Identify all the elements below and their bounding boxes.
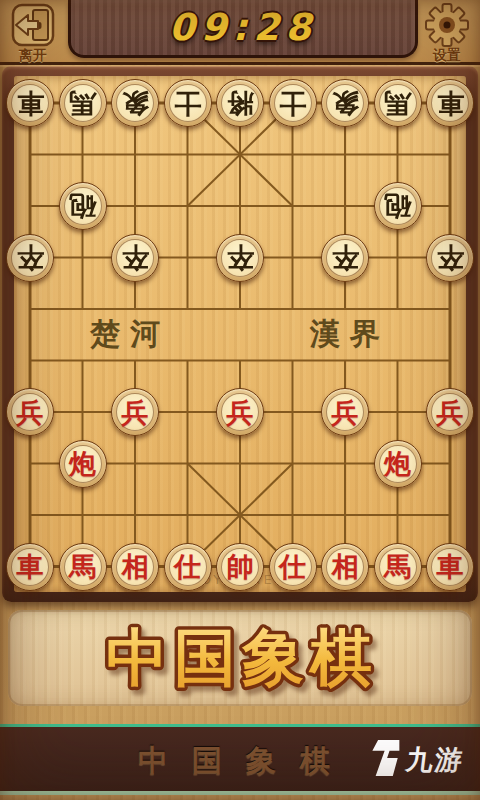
river-label-right: 漢界 <box>309 316 390 351</box>
piece-black-馬[interactable]: 馬 <box>59 79 107 127</box>
jiuyou-brand-text: 九游 <box>404 742 466 778</box>
piece-black-將[interactable]: 將 <box>216 79 264 127</box>
piece-face: 砲 <box>379 187 417 225</box>
timer-value: 09:28 <box>169 6 317 49</box>
board-grid: 楚河 漢界 JOYGAMES <box>14 76 466 592</box>
piece-red-兵[interactable]: 兵 <box>111 388 159 436</box>
settings-button[interactable]: 设置 <box>418 3 476 65</box>
piece-black-馬[interactable]: 馬 <box>374 79 422 127</box>
piece-red-帥[interactable]: 帥 <box>216 543 264 591</box>
piece-red-馬[interactable]: 馬 <box>374 543 422 591</box>
title-banner-art: 中国象棋 <box>20 612 460 704</box>
piece-face: 馬 <box>379 84 417 122</box>
leave-button[interactable]: 离开 <box>4 3 62 65</box>
piece-black-士[interactable]: 士 <box>164 79 212 127</box>
piece-red-馬[interactable]: 馬 <box>59 543 107 591</box>
piece-face: 象 <box>116 84 154 122</box>
piece-face: 車 <box>431 84 469 122</box>
piece-red-炮[interactable]: 炮 <box>374 440 422 488</box>
piece-red-兵[interactable]: 兵 <box>216 388 264 436</box>
piece-red-兵[interactable]: 兵 <box>321 388 369 436</box>
piece-black-卒[interactable]: 卒 <box>321 234 369 282</box>
board-surface[interactable]: 楚河 漢界 JOYGAMES 車馬象士將士象馬車砲砲卒卒卒卒卒兵兵兵兵兵炮炮車馬… <box>14 76 466 592</box>
app-screen: 09:28 离开 <box>0 0 480 800</box>
piece-face: 馬 <box>64 548 102 586</box>
top-bar: 09:28 离开 <box>0 0 480 65</box>
piece-face: 炮 <box>64 445 102 483</box>
piece-face: 兵 <box>326 393 364 431</box>
timer-panel: 09:28 <box>68 0 418 58</box>
piece-face: 卒 <box>221 239 259 277</box>
piece-black-卒[interactable]: 卒 <box>111 234 159 282</box>
piece-black-卒[interactable]: 卒 <box>6 234 54 282</box>
piece-face: 砲 <box>64 187 102 225</box>
piece-face: 馬 <box>379 548 417 586</box>
piece-red-車[interactable]: 車 <box>6 543 54 591</box>
piece-red-相[interactable]: 相 <box>111 543 159 591</box>
piece-black-士[interactable]: 士 <box>269 79 317 127</box>
game-title: 中国象棋 <box>106 621 378 694</box>
piece-black-砲[interactable]: 砲 <box>59 182 107 230</box>
piece-face: 兵 <box>116 393 154 431</box>
piece-red-仕[interactable]: 仕 <box>164 543 212 591</box>
piece-black-車[interactable]: 車 <box>6 79 54 127</box>
piece-face: 兵 <box>221 393 259 431</box>
piece-face: 士 <box>169 84 207 122</box>
piece-red-相[interactable]: 相 <box>321 543 369 591</box>
jiuyou-brand: 九游 <box>365 735 464 785</box>
piece-black-象[interactable]: 象 <box>321 79 369 127</box>
piece-face: 士 <box>274 84 312 122</box>
piece-red-車[interactable]: 車 <box>426 543 474 591</box>
piece-face: 兵 <box>431 393 469 431</box>
piece-face: 仕 <box>274 548 312 586</box>
piece-face: 車 <box>11 84 49 122</box>
piece-face: 卒 <box>431 239 469 277</box>
piece-face: 車 <box>431 548 469 586</box>
jiuyou-logo-icon <box>365 735 401 785</box>
piece-face: 炮 <box>379 445 417 483</box>
piece-face: 卒 <box>326 239 364 277</box>
xiangqi-board: 楚河 漢界 JOYGAMES 車馬象士將士象馬車砲砲卒卒卒卒卒兵兵兵兵兵炮炮車馬… <box>2 66 478 602</box>
piece-black-象[interactable]: 象 <box>111 79 159 127</box>
piece-black-車[interactable]: 車 <box>426 79 474 127</box>
piece-face: 兵 <box>11 393 49 431</box>
piece-face: 仕 <box>169 548 207 586</box>
piece-face: 相 <box>326 548 364 586</box>
piece-red-炮[interactable]: 炮 <box>59 440 107 488</box>
piece-red-兵[interactable]: 兵 <box>426 388 474 436</box>
piece-red-仕[interactable]: 仕 <box>269 543 317 591</box>
piece-red-兵[interactable]: 兵 <box>6 388 54 436</box>
river-label-left: 楚河 <box>89 316 170 351</box>
piece-face: 馬 <box>64 84 102 122</box>
piece-face: 車 <box>11 548 49 586</box>
bottom-bar: 中国象棋 九游 <box>0 724 480 795</box>
piece-face: 將 <box>221 84 259 122</box>
title-banner: 中国象棋 <box>8 610 472 706</box>
piece-face: 卒 <box>11 239 49 277</box>
piece-face: 帥 <box>221 548 259 586</box>
piece-face: 相 <box>116 548 154 586</box>
piece-black-砲[interactable]: 砲 <box>374 182 422 230</box>
piece-face: 卒 <box>116 239 154 277</box>
piece-black-卒[interactable]: 卒 <box>216 234 264 282</box>
piece-face: 象 <box>326 84 364 122</box>
bottom-bar-title: 中国象棋 <box>138 741 354 782</box>
piece-black-卒[interactable]: 卒 <box>426 234 474 282</box>
